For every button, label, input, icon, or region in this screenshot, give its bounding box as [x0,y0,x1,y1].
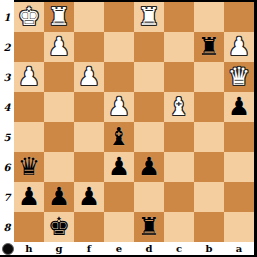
rank-label-7: 7 [0,182,14,212]
square-d5[interactable] [134,122,164,152]
square-d7[interactable] [134,182,164,212]
black-to-move-indicator [2,243,14,255]
rank-label-4: 4 [0,92,14,122]
square-b1[interactable] [194,2,224,32]
square-e3[interactable] [104,62,134,92]
piece-black-bishop: ♝ [104,122,134,152]
square-e4[interactable]: ♟ [104,92,134,122]
file-label-g: g [44,242,74,255]
square-b2[interactable]: ♜ [194,32,224,62]
square-a6[interactable] [224,152,254,182]
square-h5[interactable] [14,122,44,152]
square-f4[interactable] [74,92,104,122]
piece-white-pawn: ♟ [224,32,254,62]
square-a7[interactable] [224,182,254,212]
square-f6[interactable] [74,152,104,182]
piece-white-pawn: ♟ [74,62,104,92]
piece-white-bishop: ♝ [164,92,194,122]
square-e2[interactable] [104,32,134,62]
square-e8[interactable] [104,212,134,242]
square-h7[interactable]: ♟ [14,182,44,212]
square-g6[interactable] [44,152,74,182]
file-label-b: b [194,242,224,255]
file-label-e: e [104,242,134,255]
piece-black-pawn: ♟ [224,92,254,122]
square-f3[interactable]: ♟ [74,62,104,92]
square-b5[interactable] [194,122,224,152]
file-label-c: c [164,242,194,255]
square-e6[interactable]: ♟ [104,152,134,182]
square-f2[interactable] [74,32,104,62]
square-g5[interactable] [44,122,74,152]
chess-diagram: 12345678 ♚♜♜♟♜♟♟♟♛♟♝♟♝♛♟♟♟♟♟♚♜ hgfedcba [0,0,257,257]
square-g8[interactable]: ♚ [44,212,74,242]
file-label-a: a [224,242,254,255]
square-d6[interactable]: ♟ [134,152,164,182]
square-d3[interactable] [134,62,164,92]
square-a2[interactable]: ♟ [224,32,254,62]
square-h1[interactable]: ♚ [14,2,44,32]
square-d4[interactable] [134,92,164,122]
piece-black-pawn: ♟ [44,182,74,212]
square-c8[interactable] [164,212,194,242]
square-b8[interactable] [194,212,224,242]
square-f5[interactable] [74,122,104,152]
square-a4[interactable]: ♟ [224,92,254,122]
square-g2[interactable]: ♟ [44,32,74,62]
square-e7[interactable] [104,182,134,212]
square-g4[interactable] [44,92,74,122]
square-c6[interactable] [164,152,194,182]
square-a8[interactable] [224,212,254,242]
piece-white-queen: ♛ [224,62,254,92]
file-labels: hgfedcba [14,242,254,255]
square-c3[interactable] [164,62,194,92]
square-b6[interactable] [194,152,224,182]
piece-black-rook: ♜ [134,212,164,242]
piece-white-rook: ♜ [134,2,164,32]
square-f8[interactable] [74,212,104,242]
piece-white-rook: ♜ [44,2,74,32]
square-d8[interactable]: ♜ [134,212,164,242]
square-c7[interactable] [164,182,194,212]
square-a5[interactable] [224,122,254,152]
rank-label-3: 3 [0,62,14,92]
square-c2[interactable] [164,32,194,62]
file-label-f: f [74,242,104,255]
square-e1[interactable] [104,2,134,32]
piece-black-pawn: ♟ [104,152,134,182]
square-g3[interactable] [44,62,74,92]
square-a3[interactable]: ♛ [224,62,254,92]
square-h6[interactable]: ♛ [14,152,44,182]
square-d1[interactable]: ♜ [134,2,164,32]
square-f7[interactable]: ♟ [74,182,104,212]
rank-labels: 12345678 [0,2,14,242]
square-b7[interactable] [194,182,224,212]
square-e5[interactable]: ♝ [104,122,134,152]
piece-black-pawn: ♟ [74,182,104,212]
piece-white-pawn: ♟ [14,62,44,92]
piece-white-pawn: ♟ [44,32,74,62]
square-f1[interactable] [74,2,104,32]
square-c1[interactable] [164,2,194,32]
piece-white-pawn: ♟ [104,92,134,122]
piece-black-rook: ♜ [194,32,224,62]
square-b3[interactable] [194,62,224,92]
square-g7[interactable]: ♟ [44,182,74,212]
piece-black-queen: ♛ [14,152,44,182]
piece-black-pawn: ♟ [14,182,44,212]
piece-black-king: ♚ [44,212,74,242]
rank-label-6: 6 [0,152,14,182]
chess-board: ♚♜♜♟♜♟♟♟♛♟♝♟♝♛♟♟♟♟♟♚♜ [14,2,254,242]
rank-label-5: 5 [0,122,14,152]
square-h2[interactable] [14,32,44,62]
square-d2[interactable] [134,32,164,62]
piece-black-pawn: ♟ [134,152,164,182]
square-c5[interactable] [164,122,194,152]
square-b4[interactable] [194,92,224,122]
board-border-right [254,0,257,257]
piece-white-king: ♚ [14,2,44,32]
square-h3[interactable]: ♟ [14,62,44,92]
file-label-h: h [14,242,44,255]
square-g1[interactable]: ♜ [44,2,74,32]
square-h8[interactable] [14,212,44,242]
square-a1[interactable] [224,2,254,32]
rank-label-1: 1 [0,2,14,32]
square-c4[interactable]: ♝ [164,92,194,122]
square-h4[interactable] [14,92,44,122]
file-label-d: d [134,242,164,255]
rank-label-8: 8 [0,212,14,242]
rank-label-2: 2 [0,32,14,62]
